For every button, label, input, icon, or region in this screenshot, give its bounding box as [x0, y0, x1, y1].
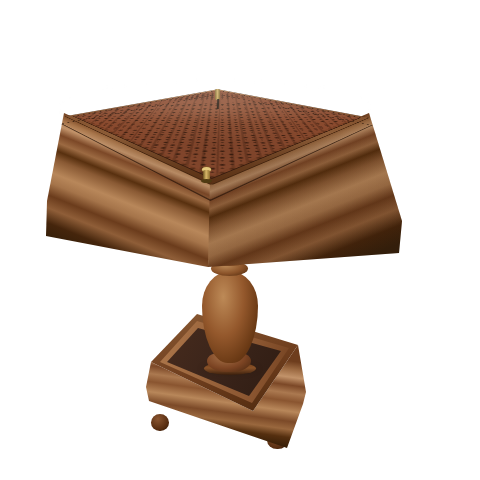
bun-foot-left — [151, 414, 169, 431]
brass-latch-base — [201, 179, 212, 183]
chess-table-photo — [0, 0, 480, 480]
